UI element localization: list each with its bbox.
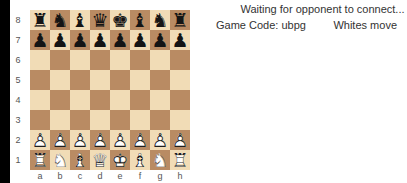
rank-label-3: 3 xyxy=(10,110,26,130)
piece-white-bishop-outline: ♗ xyxy=(70,150,90,170)
square-f3[interactable] xyxy=(130,110,150,130)
square-b6[interactable] xyxy=(50,50,70,70)
rank-labels: 87654321 xyxy=(10,10,26,170)
square-d5[interactable] xyxy=(90,70,110,90)
square-e5[interactable] xyxy=(110,70,130,90)
square-c7[interactable]: ♟ xyxy=(70,30,90,50)
piece-white-king-outline: ♔ xyxy=(110,150,130,170)
square-b8[interactable]: ♞ xyxy=(50,10,70,30)
piece-white-bishop[interactable]: ♝ xyxy=(130,150,150,170)
game-code-label: Game Code: ubpg xyxy=(216,19,306,31)
piece-white-pawn-outline: ♙ xyxy=(30,130,50,150)
square-b2[interactable]: ♟♙ xyxy=(50,130,70,150)
rank-label-8: 8 xyxy=(10,10,26,30)
square-d8[interactable]: ♛ xyxy=(90,10,110,30)
square-h1[interactable]: ♜♖ xyxy=(170,150,190,170)
piece-white-pawn[interactable]: ♟ xyxy=(110,130,130,150)
piece-black-pawn[interactable]: ♟ xyxy=(90,30,110,50)
square-h4[interactable] xyxy=(170,90,190,110)
square-e2[interactable]: ♟♙ xyxy=(110,130,130,150)
file-label-d: d xyxy=(90,170,110,182)
piece-white-bishop[interactable]: ♝ xyxy=(70,150,90,170)
square-a1[interactable]: ♜♖ xyxy=(30,150,50,170)
rank-label-6: 6 xyxy=(10,50,26,70)
piece-white-queen-outline: ♕ xyxy=(90,150,110,170)
square-b5[interactable] xyxy=(50,70,70,90)
file-label-e: e xyxy=(110,170,130,182)
square-d7[interactable]: ♟ xyxy=(90,30,110,50)
square-f6[interactable] xyxy=(130,50,150,70)
square-g3[interactable] xyxy=(150,110,170,130)
rank-label-7: 7 xyxy=(10,30,26,50)
piece-black-pawn[interactable]: ♟ xyxy=(50,30,70,50)
square-c6[interactable] xyxy=(70,50,90,70)
piece-white-bishop-outline: ♗ xyxy=(130,150,150,170)
piece-white-pawn[interactable]: ♟ xyxy=(50,130,70,150)
square-c4[interactable] xyxy=(70,90,90,110)
square-b1[interactable]: ♞♘ xyxy=(50,150,70,170)
piece-black-pawn[interactable]: ♟ xyxy=(130,30,150,50)
piece-white-pawn-outline: ♙ xyxy=(130,130,150,150)
square-c3[interactable] xyxy=(70,110,90,130)
square-h2[interactable]: ♟♙ xyxy=(170,130,190,150)
piece-white-pawn[interactable]: ♟ xyxy=(90,130,110,150)
square-c5[interactable] xyxy=(70,70,90,90)
square-e4[interactable] xyxy=(110,90,130,110)
square-d3[interactable] xyxy=(90,110,110,130)
piece-black-knight[interactable]: ♞ xyxy=(50,10,70,30)
rank-label-2: 2 xyxy=(10,130,26,150)
piece-white-rook[interactable]: ♜ xyxy=(30,150,50,170)
square-h3[interactable] xyxy=(170,110,190,130)
turn-indicator: Whites move xyxy=(333,19,397,31)
square-c8[interactable]: ♝ xyxy=(70,10,90,30)
square-f7[interactable]: ♟ xyxy=(130,30,150,50)
square-a4[interactable] xyxy=(30,90,50,110)
square-g8[interactable]: ♞ xyxy=(150,10,170,30)
piece-white-king[interactable]: ♚ xyxy=(110,150,130,170)
square-f4[interactable] xyxy=(130,90,150,110)
square-c2[interactable]: ♟♙ xyxy=(70,130,90,150)
square-e7[interactable]: ♟ xyxy=(110,30,130,50)
square-h6[interactable] xyxy=(170,50,190,70)
piece-white-pawn[interactable]: ♟ xyxy=(70,130,90,150)
piece-white-pawn-outline: ♙ xyxy=(50,130,70,150)
square-d6[interactable] xyxy=(90,50,110,70)
square-d4[interactable] xyxy=(90,90,110,110)
square-b3[interactable] xyxy=(50,110,70,130)
square-e8[interactable]: ♚ xyxy=(110,10,130,30)
waiting-message: Waiting for opponent to connect... xyxy=(240,3,405,15)
square-g2[interactable]: ♟♙ xyxy=(150,130,170,150)
rank-label-5: 5 xyxy=(10,70,26,90)
piece-white-knight[interactable]: ♞ xyxy=(50,150,70,170)
piece-white-pawn-outline: ♙ xyxy=(110,130,130,150)
file-label-c: c xyxy=(70,170,90,182)
letterbox-bar xyxy=(0,0,10,183)
square-e3[interactable] xyxy=(110,110,130,130)
piece-white-pawn[interactable]: ♟ xyxy=(130,130,150,150)
square-a3[interactable] xyxy=(30,110,50,130)
piece-black-pawn[interactable]: ♟ xyxy=(70,30,90,50)
piece-white-knight[interactable]: ♞ xyxy=(150,150,170,170)
piece-black-pawn[interactable]: ♟ xyxy=(170,30,190,50)
square-a5[interactable] xyxy=(30,70,50,90)
square-g5[interactable] xyxy=(150,70,170,90)
file-label-b: b xyxy=(50,170,70,182)
piece-black-rook[interactable]: ♜ xyxy=(30,10,50,30)
rank-label-1: 1 xyxy=(10,150,26,170)
piece-white-pawn[interactable]: ♟ xyxy=(30,130,50,150)
piece-white-pawn-outline: ♙ xyxy=(90,130,110,150)
file-labels: abcdefgh xyxy=(30,170,190,182)
piece-black-pawn[interactable]: ♟ xyxy=(30,30,50,50)
piece-white-queen[interactable]: ♛ xyxy=(90,150,110,170)
square-h8[interactable]: ♜ xyxy=(170,10,190,30)
piece-black-king[interactable]: ♚ xyxy=(110,10,130,30)
piece-white-pawn[interactable]: ♟ xyxy=(150,130,170,150)
chess-board[interactable]: ♜♞♝♛♚♝♞♜♟♟♟♟♟♟♟♟♟♙♟♙♟♙♟♙♟♙♟♙♟♙♟♙♜♖♞♘♝♗♛♕… xyxy=(30,10,190,170)
square-g1[interactable]: ♞♘ xyxy=(150,150,170,170)
piece-black-pawn[interactable]: ♟ xyxy=(110,30,130,50)
square-a6[interactable] xyxy=(30,50,50,70)
square-g7[interactable]: ♟ xyxy=(150,30,170,50)
file-label-f: f xyxy=(130,170,150,182)
piece-white-rook[interactable]: ♜ xyxy=(170,150,190,170)
piece-black-bishop[interactable]: ♝ xyxy=(70,10,90,30)
piece-black-pawn[interactable]: ♟ xyxy=(150,30,170,50)
square-f8[interactable]: ♝ xyxy=(130,10,150,30)
file-label-h: h xyxy=(170,170,190,182)
square-e1[interactable]: ♚♔ xyxy=(110,150,130,170)
square-h5[interactable] xyxy=(170,70,190,90)
file-label-a: a xyxy=(30,170,50,182)
square-e6[interactable] xyxy=(110,50,130,70)
piece-black-bishop[interactable]: ♝ xyxy=(130,10,150,30)
piece-black-knight[interactable]: ♞ xyxy=(150,10,170,30)
file-label-g: g xyxy=(150,170,170,182)
square-c1[interactable]: ♝♗ xyxy=(70,150,90,170)
square-a7[interactable]: ♟ xyxy=(30,30,50,50)
piece-white-pawn-outline: ♙ xyxy=(70,130,90,150)
piece-white-pawn[interactable]: ♟ xyxy=(170,130,190,150)
piece-white-pawn-outline: ♙ xyxy=(150,130,170,150)
piece-white-rook-outline: ♖ xyxy=(30,150,50,170)
game-info-row: Game Code: ubpg Whites move xyxy=(216,19,397,31)
square-g6[interactable] xyxy=(150,50,170,70)
square-a8[interactable]: ♜ xyxy=(30,10,50,30)
square-f5[interactable] xyxy=(130,70,150,90)
square-d2[interactable]: ♟♙ xyxy=(90,130,110,150)
piece-white-knight-outline: ♘ xyxy=(150,150,170,170)
piece-white-knight-outline: ♘ xyxy=(50,150,70,170)
rank-label-4: 4 xyxy=(10,90,26,110)
square-b4[interactable] xyxy=(50,90,70,110)
piece-white-rook-outline: ♖ xyxy=(170,150,190,170)
piece-black-queen[interactable]: ♛ xyxy=(90,10,110,30)
piece-white-pawn-outline: ♙ xyxy=(170,130,190,150)
square-f1[interactable]: ♝♗ xyxy=(130,150,150,170)
square-a2[interactable]: ♟♙ xyxy=(30,130,50,150)
piece-black-rook[interactable]: ♜ xyxy=(170,10,190,30)
status-panel: Waiting for opponent to connect... Game … xyxy=(203,0,407,60)
square-h7[interactable]: ♟ xyxy=(170,30,190,50)
square-d1[interactable]: ♛♕ xyxy=(90,150,110,170)
square-f2[interactable]: ♟♙ xyxy=(130,130,150,150)
square-b7[interactable]: ♟ xyxy=(50,30,70,50)
square-g4[interactable] xyxy=(150,90,170,110)
